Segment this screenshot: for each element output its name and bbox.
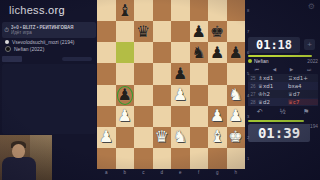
chat-toggle[interactable]	[62, 57, 92, 61]
streamer-face	[12, 144, 25, 158]
game-info-card: ⏱ 3+0 • BLITZ • РЕЙТИНГОВАЯ Идёт игра	[2, 22, 96, 38]
square-e7[interactable]	[171, 21, 190, 42]
white-time-bar	[248, 120, 304, 122]
square-h4[interactable]: ♞	[227, 85, 246, 106]
black-pawn-g6[interactable]: ♟	[208, 42, 227, 63]
square-c3[interactable]	[134, 106, 153, 127]
square-d6[interactable]	[153, 42, 172, 63]
streamer-body	[2, 157, 36, 180]
black-move[interactable]: ♕d7	[288, 91, 318, 97]
square-c7[interactable]: ♛	[134, 21, 153, 42]
white-pawn-e4[interactable]: ♟	[171, 85, 190, 106]
square-c2[interactable]	[134, 127, 153, 148]
game-action-buttons: ↶½⚑	[248, 106, 318, 117]
square-d4[interactable]	[153, 85, 172, 106]
square-g3[interactable]: ♟	[208, 106, 227, 127]
move-list[interactable]: 25♗xd1♖xd1+26♕xd1bxa427♔h2♕d728♕d2♕c7	[248, 74, 318, 106]
square-a4[interactable]	[97, 85, 116, 106]
square-b8[interactable]: ♝	[116, 0, 135, 21]
white-knight-h4[interactable]: ♞	[227, 85, 246, 106]
black-color-icon	[5, 46, 11, 52]
white-move[interactable]: ♔h2	[258, 91, 288, 97]
square-g1[interactable]	[208, 148, 227, 169]
square-h3[interactable]: ♟	[227, 106, 246, 127]
square-c8[interactable]	[134, 0, 153, 21]
square-a2[interactable]: ♟	[97, 127, 116, 148]
rank-coordinates: 87654321	[245, 0, 251, 169]
square-e2[interactable]: ♞	[171, 127, 190, 148]
chat-tab[interactable]	[2, 56, 22, 62]
black-player-row[interactable]: Nefian 2022	[248, 57, 318, 65]
chat-header	[2, 54, 96, 63]
white-pawn-h3[interactable]: ♟	[227, 106, 246, 127]
square-g6[interactable]: ♟	[208, 42, 227, 63]
square-d8[interactable]	[153, 0, 172, 21]
chat-area[interactable]	[2, 64, 96, 134]
white-pawn-a2[interactable]: ♟	[97, 127, 116, 148]
black-king-g7[interactable]: ♚	[208, 21, 227, 42]
white-pawn-b3[interactable]: ♟	[116, 106, 135, 127]
square-b5[interactable]	[116, 63, 135, 84]
game-side-panel: 01:18 + Nefian 2022 ⏮◀▶⏭ 25♗xd1♖xd1+26♕x…	[248, 0, 318, 180]
square-a3[interactable]	[97, 106, 116, 127]
square-f1[interactable]	[190, 148, 209, 169]
square-c4[interactable]	[134, 85, 153, 106]
square-h2[interactable]: ♚	[227, 127, 246, 148]
move-nav-controls: ⏮◀▶⏭	[248, 66, 318, 73]
black-pawn-e5[interactable]: ♟	[171, 63, 190, 84]
white-bishop-g2[interactable]: ♝	[208, 127, 227, 148]
prev-move-button[interactable]: ◀	[273, 67, 276, 72]
square-g7[interactable]: ♚	[208, 21, 227, 42]
white-move[interactable]: ♕xd1	[258, 83, 288, 89]
square-a7[interactable]	[97, 21, 116, 42]
white-knight-e2[interactable]: ♞	[171, 127, 190, 148]
black-move[interactable]: bxa4	[288, 83, 318, 89]
white-color-icon	[5, 40, 9, 44]
white-pawn-g3[interactable]: ♟	[208, 106, 227, 127]
move-row: 28♕d2♕c7	[248, 98, 318, 106]
square-h7[interactable]	[227, 21, 246, 42]
white-move[interactable]: ♗xd1	[258, 75, 288, 81]
square-d5[interactable]	[153, 63, 172, 84]
white-player-line[interactable]: Vsevolodsuchii_mozi (2194)	[2, 38, 96, 45]
move-row: 27♔h2♕d7	[248, 90, 318, 98]
webcam-overlay	[0, 135, 52, 180]
give-time-button[interactable]: +	[304, 39, 315, 50]
offer-draw-button[interactable]: ½	[280, 108, 286, 115]
square-h8[interactable]	[227, 0, 246, 21]
square-g5[interactable]	[208, 63, 227, 84]
square-f6[interactable]: ♞	[190, 42, 209, 63]
square-f5[interactable]	[190, 63, 209, 84]
move-row: 26♕xd1bxa4	[248, 82, 318, 90]
square-c1[interactable]	[134, 148, 153, 169]
blitz-icon: ⏱	[2, 27, 11, 34]
black-rating: 2022	[307, 59, 318, 64]
black-queen-c7[interactable]: ♛	[134, 21, 153, 42]
square-d2[interactable]: ♛	[153, 127, 172, 148]
square-b7[interactable]	[116, 21, 135, 42]
white-clock: 01:39	[248, 124, 310, 142]
square-c5[interactable]	[134, 63, 153, 84]
square-e1[interactable]	[171, 148, 190, 169]
square-g4[interactable]	[208, 85, 227, 106]
square-b1[interactable]	[116, 148, 135, 169]
white-move[interactable]: ♕d2	[258, 99, 288, 105]
square-e6[interactable]	[171, 42, 190, 63]
square-f3[interactable]	[190, 106, 209, 127]
square-g8[interactable]	[208, 0, 227, 21]
last-move-button[interactable]: ⏭	[307, 67, 311, 72]
first-move-button[interactable]: ⏮	[255, 67, 259, 72]
resign-button[interactable]: ⚑	[303, 108, 309, 116]
chess-board[interactable]: ♝♛♟♚♞♟♟♟♟♟♞♟♟♟♟♛♞♝♚	[97, 0, 245, 169]
black-player-line[interactable]: Nefian (2022)	[2, 46, 96, 53]
black-move[interactable]: ♖xd1+	[288, 75, 318, 81]
square-h1[interactable]	[227, 148, 246, 169]
square-d3[interactable]	[153, 106, 172, 127]
square-e4[interactable]: ♟	[171, 85, 190, 106]
game-status: Идёт игра	[11, 30, 96, 35]
white-king-h2[interactable]: ♚	[227, 127, 246, 148]
square-a6[interactable]	[97, 42, 116, 63]
black-pawn-f7[interactable]: ♟	[190, 21, 209, 42]
square-h5[interactable]	[227, 63, 246, 84]
square-f7[interactable]: ♟	[190, 21, 209, 42]
square-d7[interactable]	[153, 21, 172, 42]
black-clock: 01:18	[248, 37, 300, 53]
square-e5[interactable]: ♟	[171, 63, 190, 84]
black-knight-f6[interactable]: ♞	[190, 42, 209, 63]
square-g2[interactable]: ♝	[208, 127, 227, 148]
square-c6[interactable]	[134, 42, 153, 63]
site-logo[interactable]: lichess.org	[9, 4, 65, 16]
square-b2[interactable]	[116, 127, 135, 148]
white-queen-d2[interactable]: ♛	[153, 127, 172, 148]
move-row: 25♗xd1♖xd1+	[248, 74, 318, 82]
square-b4[interactable]: ♟	[116, 85, 135, 106]
black-pawn-b4[interactable]: ♟	[116, 85, 135, 106]
black-pawn-h6[interactable]: ♟	[227, 42, 246, 63]
takeback-button[interactable]: ↶	[257, 108, 263, 116]
square-e3[interactable]	[171, 106, 190, 127]
square-a5[interactable]	[97, 63, 116, 84]
square-e8[interactable]	[171, 0, 190, 21]
square-a1[interactable]	[97, 148, 116, 169]
square-f2[interactable]	[190, 127, 209, 148]
square-b3[interactable]: ♟	[116, 106, 135, 127]
square-f8[interactable]	[190, 0, 209, 21]
black-move[interactable]: ♕c7	[288, 99, 318, 105]
square-f4[interactable]	[190, 85, 209, 106]
square-a8[interactable]	[97, 0, 116, 21]
file-coordinates: abcdefgh	[97, 169, 245, 177]
next-move-button[interactable]: ▶	[290, 67, 293, 72]
black-bishop-b8[interactable]: ♝	[116, 0, 135, 21]
square-h6[interactable]: ♟	[227, 42, 246, 63]
square-d1[interactable]	[153, 148, 172, 169]
square-b6[interactable]	[116, 42, 135, 63]
